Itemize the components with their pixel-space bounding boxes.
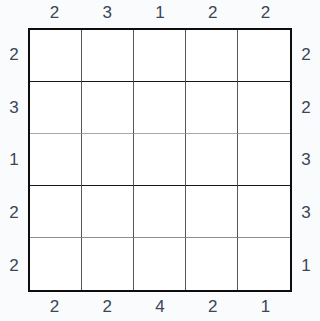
clue-bottom-4: 1 [239,292,292,321]
cell-r1c1[interactable] [82,82,134,134]
cell-r3c4[interactable] [238,186,290,238]
clue-bottom-0: 2 [28,292,81,321]
cell-r2c4[interactable] [238,134,290,186]
clue-top-2: 1 [134,0,187,25]
clue-bottom-3: 2 [186,292,239,321]
cell-r4c0[interactable] [30,238,82,290]
clue-top-0: 2 [28,0,81,25]
cell-r4c1[interactable] [82,238,134,290]
cell-r3c0[interactable] [30,186,82,238]
clue-top-3: 2 [186,0,239,25]
clues-top: 2 3 1 2 2 [28,0,292,28]
clue-top-4: 2 [239,0,292,25]
clue-left-1: 3 [0,81,28,134]
cell-r3c3[interactable] [186,186,238,238]
clues-bottom: 2 2 4 2 1 [28,292,292,321]
clue-right-1: 2 [292,81,320,134]
skyscrapers-board [28,28,292,292]
clue-top-1: 3 [81,0,134,25]
clue-left-3: 2 [0,186,28,239]
clue-right-4: 1 [292,239,320,292]
clue-right-2: 3 [292,134,320,187]
cell-r2c2[interactable] [134,134,186,186]
clue-left-2: 1 [0,134,28,187]
clue-bottom-1: 2 [81,292,134,321]
cell-r2c3[interactable] [186,134,238,186]
cell-r1c3[interactable] [186,82,238,134]
clue-left-0: 2 [0,28,28,81]
clue-bottom-2: 4 [134,292,187,321]
cell-r1c4[interactable] [238,82,290,134]
cell-r0c2[interactable] [134,30,186,82]
cell-r1c0[interactable] [30,82,82,134]
cell-r2c0[interactable] [30,134,82,186]
clue-left-4: 2 [0,239,28,292]
cell-r3c1[interactable] [82,186,134,238]
cell-r0c1[interactable] [82,30,134,82]
cell-r3c2[interactable] [134,186,186,238]
cell-r0c0[interactable] [30,30,82,82]
cell-r0c3[interactable] [186,30,238,82]
cell-r4c2[interactable] [134,238,186,290]
clue-right-0: 2 [292,28,320,81]
cell-r2c1[interactable] [82,134,134,186]
clues-left: 2 3 1 2 2 [0,28,28,292]
cell-r0c4[interactable] [238,30,290,82]
cell-r4c4[interactable] [238,238,290,290]
clue-right-3: 3 [292,186,320,239]
clues-right: 2 2 3 3 1 [292,28,320,292]
cell-r4c3[interactable] [186,238,238,290]
cell-r1c2[interactable] [134,82,186,134]
